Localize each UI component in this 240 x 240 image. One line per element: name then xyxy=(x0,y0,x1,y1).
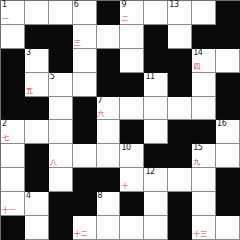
cell-r8-c4[interactable]: 8 xyxy=(97,192,121,216)
across-clue-number: 七 xyxy=(2,135,9,142)
cell-r5-c0[interactable]: 2七 xyxy=(1,120,25,144)
cell-r0-c6[interactable] xyxy=(144,1,168,25)
cell-r1-c2-block xyxy=(49,25,73,49)
cell-r5-c6[interactable] xyxy=(144,120,168,144)
cell-r8-c5-block xyxy=(120,192,144,216)
cell-r3-c3[interactable] xyxy=(73,73,97,97)
cell-r9-c3[interactable]: 十二 xyxy=(73,216,97,240)
across-clue-number: 五 xyxy=(26,88,33,95)
cell-r4-c0-block xyxy=(1,97,25,121)
cell-r8-c8[interactable] xyxy=(192,192,216,216)
cell-r2-c2-block xyxy=(49,49,73,73)
down-clue-number: 13 xyxy=(169,1,178,9)
cell-r0-c7[interactable]: 13 xyxy=(168,1,192,25)
across-clue-number: 一 xyxy=(2,16,9,23)
across-clue-number: 十 xyxy=(121,183,128,190)
cell-r4-c2[interactable] xyxy=(49,97,73,121)
cell-r8-c2-block xyxy=(49,192,73,216)
cell-r6-c3[interactable] xyxy=(73,144,97,168)
cell-r5-c5-block xyxy=(120,120,144,144)
cell-r6-c9[interactable] xyxy=(216,144,240,168)
cell-r1-c9-block xyxy=(216,25,240,49)
cell-r4-c6[interactable] xyxy=(144,97,168,121)
down-clue-number: 10 xyxy=(121,144,130,152)
cell-r4-c1-block xyxy=(25,97,49,121)
cell-r4-c4[interactable]: 7六 xyxy=(97,97,121,121)
cell-r4-c7[interactable] xyxy=(168,97,192,121)
down-clue-number: 7 xyxy=(98,97,103,105)
cell-r3-c8[interactable] xyxy=(192,73,216,97)
cell-r2-c7-block xyxy=(168,49,192,73)
cell-r8-c0[interactable]: 十一 xyxy=(1,192,25,216)
across-clue-number: 六 xyxy=(98,111,105,118)
cell-r9-c5[interactable] xyxy=(120,216,144,240)
cell-r9-c8[interactable]: 十三 xyxy=(192,216,216,240)
cell-r1-c8-block xyxy=(192,25,216,49)
cell-r7-c6[interactable]: 12 xyxy=(144,168,168,192)
cell-r8-c3-block xyxy=(73,192,97,216)
cell-r6-c5[interactable]: 10 xyxy=(120,144,144,168)
cell-r1-c0[interactable] xyxy=(1,25,25,49)
cell-r4-c5[interactable] xyxy=(120,97,144,121)
cell-r9-c4[interactable] xyxy=(97,216,121,240)
across-clue-number: 十二 xyxy=(74,231,88,238)
cell-r5-c4[interactable] xyxy=(97,120,121,144)
cell-r0-c8[interactable] xyxy=(192,1,216,25)
cell-r7-c4-block xyxy=(97,168,121,192)
across-clue-number: 二 xyxy=(121,16,128,23)
cell-r3-c5-block xyxy=(120,73,144,97)
cell-r4-c8[interactable] xyxy=(192,97,216,121)
cell-r7-c7[interactable] xyxy=(168,168,192,192)
down-clue-number: 9 xyxy=(121,1,126,9)
cell-r4-c9-block xyxy=(216,97,240,121)
down-clue-number: 1 xyxy=(2,1,7,9)
cell-r3-c2[interactable]: 5 xyxy=(49,73,73,97)
cell-r2-c5[interactable] xyxy=(120,49,144,73)
cell-r8-c9-block xyxy=(216,192,240,216)
down-clue-number: 12 xyxy=(145,168,154,176)
cell-r6-c0[interactable] xyxy=(1,144,25,168)
down-clue-number: 6 xyxy=(74,1,79,9)
across-clue-number: 八 xyxy=(50,159,57,166)
across-clue-number: 十三 xyxy=(193,231,207,238)
cell-r2-c8[interactable]: 14四 xyxy=(192,49,216,73)
cell-r1-c5[interactable] xyxy=(120,25,144,49)
cell-r2-c9[interactable] xyxy=(216,49,240,73)
cell-r8-c1[interactable]: 4 xyxy=(25,192,49,216)
cell-r3-c4-block xyxy=(97,73,121,97)
down-clue-number: 15 xyxy=(193,144,202,152)
down-clue-number: 16 xyxy=(217,120,226,128)
down-clue-number: 11 xyxy=(145,73,154,81)
cell-r3-c6[interactable]: 11 xyxy=(144,73,168,97)
cell-r9-c2-block xyxy=(49,216,73,240)
cell-r3-c1[interactable]: 五 xyxy=(25,73,49,97)
cell-r0-c5[interactable]: 9二 xyxy=(120,1,144,25)
cell-r6-c4[interactable] xyxy=(97,144,121,168)
cell-r7-c2[interactable] xyxy=(49,168,73,192)
cell-r7-c8[interactable] xyxy=(192,168,216,192)
cell-r7-c3-block xyxy=(73,168,97,192)
cell-r5-c8-block xyxy=(192,120,216,144)
cell-r2-c1[interactable]: 3 xyxy=(25,49,49,73)
cell-r5-c3-block xyxy=(73,120,97,144)
cell-r0-c9-block xyxy=(216,1,240,25)
across-clue-number: 三 xyxy=(74,40,81,47)
cell-r7-c1-block xyxy=(25,168,49,192)
cell-r1-c1-block xyxy=(25,25,49,49)
cell-r6-c8[interactable]: 15九 xyxy=(192,144,216,168)
across-clue-number: 十一 xyxy=(2,207,16,214)
cell-r6-c7-block xyxy=(168,144,192,168)
cell-r9-c1[interactable] xyxy=(25,216,49,240)
cell-r5-c2[interactable] xyxy=(49,120,73,144)
cell-r5-c9[interactable]: 16 xyxy=(216,120,240,144)
cell-r7-c9-block xyxy=(216,168,240,192)
cell-r6-c1-block xyxy=(25,144,49,168)
cell-r6-c2[interactable]: 八 xyxy=(49,144,73,168)
down-clue-number: 8 xyxy=(98,192,103,200)
cell-r6-c6-block xyxy=(144,144,168,168)
across-clue-number: 九 xyxy=(193,159,200,166)
cell-r2-c4-block xyxy=(97,49,121,73)
cell-r2-c3[interactable] xyxy=(73,49,97,73)
cell-r3-c0-block xyxy=(1,73,25,97)
cell-r8-c6[interactable] xyxy=(144,192,168,216)
cell-r0-c1[interactable] xyxy=(25,1,49,25)
cell-r7-c5[interactable]: 十 xyxy=(120,168,144,192)
cell-r1-c3[interactable]: 三 xyxy=(73,25,97,49)
cell-r1-c4[interactable] xyxy=(97,25,121,49)
crossword-board: 1一69二13三314四五5117六2七16八1015九十12十一48十二十三 xyxy=(0,0,240,240)
down-clue-number: 3 xyxy=(26,49,31,57)
down-clue-number: 14 xyxy=(193,49,202,57)
cell-r9-c7-block xyxy=(168,216,192,240)
cell-r0-c2[interactable] xyxy=(49,1,73,25)
cell-r5-c1[interactable] xyxy=(25,120,49,144)
cell-r5-c7-block xyxy=(168,120,192,144)
cell-r9-c0-block xyxy=(1,216,25,240)
cell-r7-c0[interactable] xyxy=(1,168,25,192)
cell-r2-c0-block xyxy=(1,49,25,73)
cell-r2-c6-block xyxy=(144,49,168,73)
cell-r9-c6[interactable] xyxy=(144,216,168,240)
down-clue-number: 5 xyxy=(50,73,55,81)
cell-r1-c6-block xyxy=(144,25,168,49)
cell-r4-c3-block xyxy=(73,97,97,121)
down-clue-number: 2 xyxy=(2,120,7,128)
across-clue-number: 四 xyxy=(193,64,200,71)
cell-r0-c4-block xyxy=(97,1,121,25)
cell-r1-c7[interactable] xyxy=(168,25,192,49)
cell-r0-c3[interactable]: 6 xyxy=(73,1,97,25)
cell-r3-c9-block xyxy=(216,73,240,97)
cell-r9-c9[interactable] xyxy=(216,216,240,240)
cell-r3-c7-block xyxy=(168,73,192,97)
cell-r8-c7-block xyxy=(168,192,192,216)
down-clue-number: 4 xyxy=(26,192,31,200)
cell-r0-c0[interactable]: 1一 xyxy=(1,1,25,25)
